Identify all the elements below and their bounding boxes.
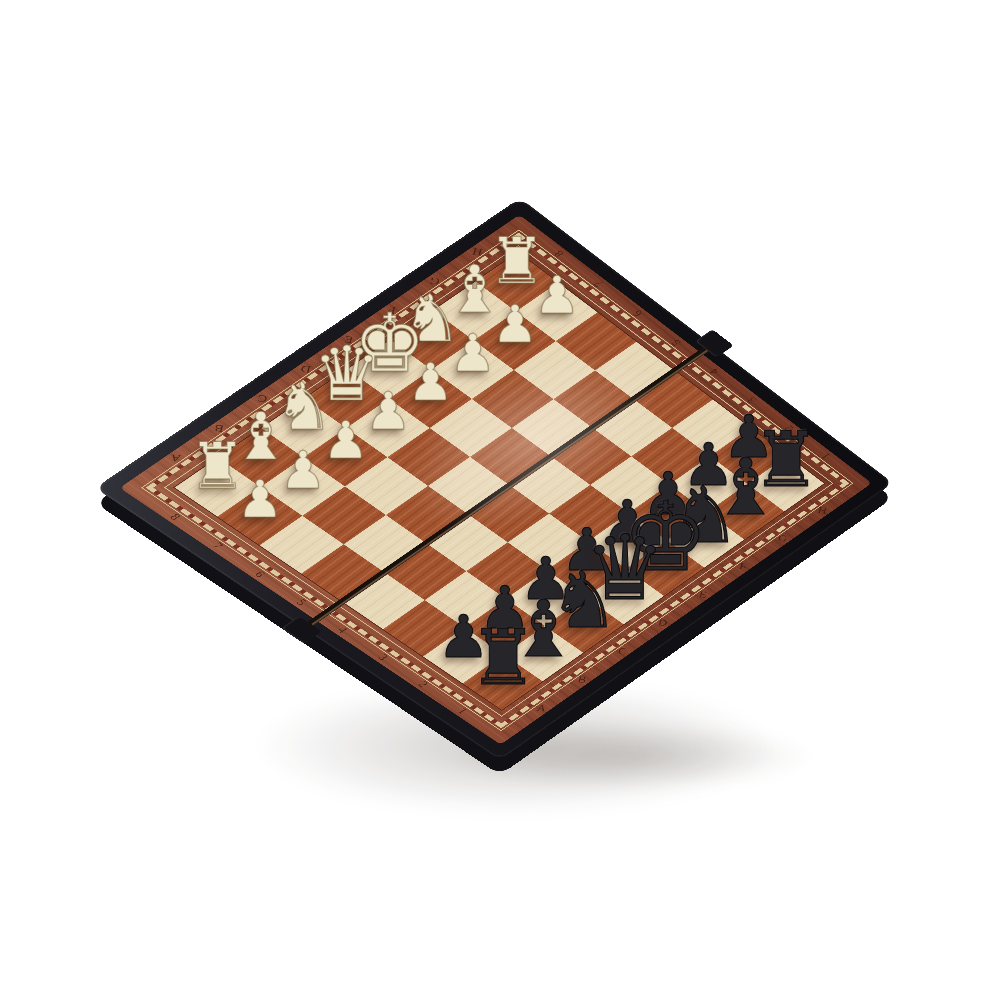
product-photo-scene: AABBCCDDEEFFGGHH8877665544332211 ♜♝♞♛♚♞♝… <box>0 0 1000 1000</box>
